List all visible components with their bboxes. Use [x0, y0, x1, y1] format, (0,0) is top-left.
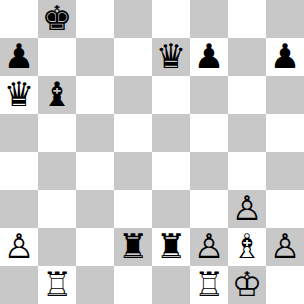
piece-wb: ♗	[232, 228, 262, 265]
piece-bk: ♚	[42, 0, 72, 37]
square-c2[interactable]	[76, 228, 114, 266]
square-e3[interactable]	[152, 190, 190, 228]
piece-wr: ♖	[42, 266, 72, 303]
square-f6[interactable]	[190, 76, 228, 114]
square-d3[interactable]	[114, 190, 152, 228]
piece-bp: ♟	[270, 38, 300, 75]
piece-wp: ♙	[194, 228, 224, 265]
square-h8[interactable]	[266, 0, 304, 38]
square-d7[interactable]	[114, 38, 152, 76]
square-f8[interactable]	[190, 0, 228, 38]
piece-bq: ♛	[156, 38, 186, 75]
square-g5[interactable]	[228, 114, 266, 152]
square-b5[interactable]	[38, 114, 76, 152]
square-a1[interactable]	[0, 266, 38, 304]
square-a7[interactable]: ♟	[0, 38, 38, 76]
square-b3[interactable]	[38, 190, 76, 228]
square-d4[interactable]	[114, 152, 152, 190]
piece-wp: ♙	[4, 228, 34, 265]
square-h3[interactable]	[266, 190, 304, 228]
square-h7[interactable]: ♟	[266, 38, 304, 76]
square-g3[interactable]: ♙	[228, 190, 266, 228]
square-h1[interactable]	[266, 266, 304, 304]
piece-bp: ♟	[194, 38, 224, 75]
square-h6[interactable]	[266, 76, 304, 114]
square-g7[interactable]	[228, 38, 266, 76]
square-d2[interactable]: ♜	[114, 228, 152, 266]
square-f5[interactable]	[190, 114, 228, 152]
square-c3[interactable]	[76, 190, 114, 228]
piece-bp: ♟	[4, 38, 34, 75]
square-c5[interactable]	[76, 114, 114, 152]
square-e2[interactable]: ♜	[152, 228, 190, 266]
square-c6[interactable]	[76, 76, 114, 114]
square-e1[interactable]	[152, 266, 190, 304]
square-e5[interactable]	[152, 114, 190, 152]
square-e4[interactable]	[152, 152, 190, 190]
square-d6[interactable]	[114, 76, 152, 114]
square-a6[interactable]: ♛	[0, 76, 38, 114]
square-e6[interactable]	[152, 76, 190, 114]
square-a2[interactable]: ♙	[0, 228, 38, 266]
square-c8[interactable]	[76, 0, 114, 38]
square-g2[interactable]: ♗	[228, 228, 266, 266]
square-a8[interactable]	[0, 0, 38, 38]
square-f2[interactable]: ♙	[190, 228, 228, 266]
piece-wp: ♙	[270, 228, 300, 265]
square-b7[interactable]	[38, 38, 76, 76]
square-a5[interactable]	[0, 114, 38, 152]
square-h5[interactable]	[266, 114, 304, 152]
square-b6[interactable]: ♝	[38, 76, 76, 114]
square-e7[interactable]: ♛	[152, 38, 190, 76]
square-f4[interactable]	[190, 152, 228, 190]
square-g6[interactable]	[228, 76, 266, 114]
square-c4[interactable]	[76, 152, 114, 190]
square-b2[interactable]	[38, 228, 76, 266]
square-f7[interactable]: ♟	[190, 38, 228, 76]
square-h2[interactable]: ♙	[266, 228, 304, 266]
square-b1[interactable]: ♖	[38, 266, 76, 304]
square-c7[interactable]	[76, 38, 114, 76]
piece-br: ♜	[156, 228, 186, 265]
square-h4[interactable]	[266, 152, 304, 190]
piece-wr: ♖	[194, 266, 224, 303]
square-a3[interactable]	[0, 190, 38, 228]
piece-br: ♜	[118, 228, 148, 265]
piece-bb: ♝	[42, 76, 72, 113]
square-d1[interactable]	[114, 266, 152, 304]
chess-board: ♚♟♛♟♟♛♝♙♙♜♜♙♗♙♖♖♔	[0, 0, 304, 304]
square-g8[interactable]	[228, 0, 266, 38]
square-f1[interactable]: ♖	[190, 266, 228, 304]
square-a4[interactable]	[0, 152, 38, 190]
square-c1[interactable]	[76, 266, 114, 304]
square-g4[interactable]	[228, 152, 266, 190]
square-g1[interactable]: ♔	[228, 266, 266, 304]
square-f3[interactable]	[190, 190, 228, 228]
piece-bq: ♛	[4, 76, 34, 113]
square-d5[interactable]	[114, 114, 152, 152]
square-d8[interactable]	[114, 0, 152, 38]
square-b4[interactable]	[38, 152, 76, 190]
square-b8[interactable]: ♚	[38, 0, 76, 38]
piece-wp: ♙	[232, 190, 262, 227]
piece-wk: ♔	[232, 266, 262, 303]
square-e8[interactable]	[152, 0, 190, 38]
